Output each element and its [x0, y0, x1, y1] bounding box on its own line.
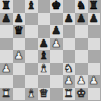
square-b4[interactable]: ♟: [13, 50, 26, 63]
piece-black-bishop: ♝: [39, 50, 49, 63]
square-g4[interactable]: [75, 50, 88, 63]
square-e2[interactable]: [50, 75, 63, 88]
square-a1[interactable]: ♜: [0, 88, 13, 101]
square-e6[interactable]: ♟: [50, 25, 63, 38]
square-f7[interactable]: ♟: [63, 13, 76, 26]
square-a7[interactable]: ♟: [0, 13, 13, 26]
square-d4[interactable]: ♝: [38, 50, 51, 63]
piece-white-pawn: ♟: [64, 75, 74, 88]
piece-black-pawn: ♟: [89, 13, 99, 26]
piece-black-pawn: ♟: [39, 38, 49, 51]
square-f4[interactable]: [63, 50, 76, 63]
piece-white-rook: ♜: [1, 88, 11, 101]
square-a3[interactable]: ♟: [0, 63, 13, 76]
piece-white-rook: ♜: [64, 88, 74, 101]
square-g7[interactable]: ♟: [75, 13, 88, 26]
piece-black-rook: ♜: [1, 0, 11, 13]
piece-white-pawn: ♟: [51, 38, 61, 51]
square-e1[interactable]: [50, 88, 63, 101]
square-c4[interactable]: [25, 50, 38, 63]
square-g5[interactable]: [75, 38, 88, 51]
square-f3[interactable]: ♞: [63, 63, 76, 76]
chess-board: ♜♝♚♞♜♟♟♟♟♟♛♟♟♟♟♝♟♝♞♟♟♟♜♝♛♜♚: [0, 0, 100, 100]
piece-white-king: ♚: [76, 88, 86, 101]
square-d3[interactable]: ♝: [38, 63, 51, 76]
square-c7[interactable]: [25, 13, 38, 26]
square-a8[interactable]: ♜: [0, 0, 13, 13]
piece-black-knight: ♞: [76, 0, 86, 13]
square-f5[interactable]: [63, 38, 76, 51]
square-f8[interactable]: [63, 0, 76, 13]
square-g2[interactable]: ♟: [75, 75, 88, 88]
square-h5[interactable]: [88, 38, 101, 51]
square-a5[interactable]: [0, 38, 13, 51]
square-b5[interactable]: [13, 38, 26, 51]
square-c1[interactable]: ♝: [25, 88, 38, 101]
square-d1[interactable]: ♛: [38, 88, 51, 101]
square-f1[interactable]: ♜: [63, 88, 76, 101]
square-d2[interactable]: [38, 75, 51, 88]
square-d5[interactable]: ♟: [38, 38, 51, 51]
piece-black-pawn: ♟: [1, 13, 11, 26]
square-c6[interactable]: [25, 25, 38, 38]
piece-black-pawn: ♟: [76, 13, 86, 26]
square-b1[interactable]: [13, 88, 26, 101]
square-g6[interactable]: [75, 25, 88, 38]
piece-black-queen: ♛: [14, 25, 24, 38]
square-d8[interactable]: [38, 0, 51, 13]
piece-white-bishop: ♝: [39, 63, 49, 76]
piece-black-rook: ♜: [89, 0, 99, 13]
square-b3[interactable]: [13, 63, 26, 76]
square-c8[interactable]: ♝: [25, 0, 38, 13]
square-h4[interactable]: [88, 50, 101, 63]
piece-black-pawn: ♟: [14, 13, 24, 26]
square-a6[interactable]: [0, 25, 13, 38]
square-b8[interactable]: [13, 0, 26, 13]
square-c5[interactable]: [25, 38, 38, 51]
piece-black-bishop: ♝: [26, 0, 36, 13]
square-c3[interactable]: [25, 63, 38, 76]
square-c2[interactable]: [25, 75, 38, 88]
square-h2[interactable]: ♟: [88, 75, 101, 88]
piece-white-pawn: ♟: [14, 50, 24, 63]
piece-white-pawn: ♟: [76, 75, 86, 88]
square-f6[interactable]: [63, 25, 76, 38]
square-e8[interactable]: ♚: [50, 0, 63, 13]
piece-white-knight: ♞: [64, 63, 74, 76]
piece-white-pawn: ♟: [89, 75, 99, 88]
piece-white-pawn: ♟: [1, 63, 11, 76]
square-d7[interactable]: [38, 13, 51, 26]
square-a2[interactable]: [0, 75, 13, 88]
piece-black-pawn: ♟: [51, 25, 61, 38]
piece-white-queen: ♛: [39, 88, 49, 101]
square-h6[interactable]: [88, 25, 101, 38]
square-e5[interactable]: ♟: [50, 38, 63, 51]
square-g3[interactable]: [75, 63, 88, 76]
piece-black-king: ♚: [51, 0, 61, 13]
square-b7[interactable]: ♟: [13, 13, 26, 26]
piece-white-bishop: ♝: [26, 88, 36, 101]
square-b2[interactable]: [13, 75, 26, 88]
piece-black-pawn: ♟: [64, 13, 74, 26]
square-h3[interactable]: [88, 63, 101, 76]
square-d6[interactable]: [38, 25, 51, 38]
square-e4[interactable]: [50, 50, 63, 63]
square-e3[interactable]: [50, 63, 63, 76]
square-b6[interactable]: ♛: [13, 25, 26, 38]
square-g1[interactable]: ♚: [75, 88, 88, 101]
square-h1[interactable]: [88, 88, 101, 101]
square-h8[interactable]: ♜: [88, 0, 101, 13]
square-f2[interactable]: ♟: [63, 75, 76, 88]
square-h7[interactable]: ♟: [88, 13, 101, 26]
square-e7[interactable]: [50, 13, 63, 26]
square-g8[interactable]: ♞: [75, 0, 88, 13]
square-a4[interactable]: [0, 50, 13, 63]
